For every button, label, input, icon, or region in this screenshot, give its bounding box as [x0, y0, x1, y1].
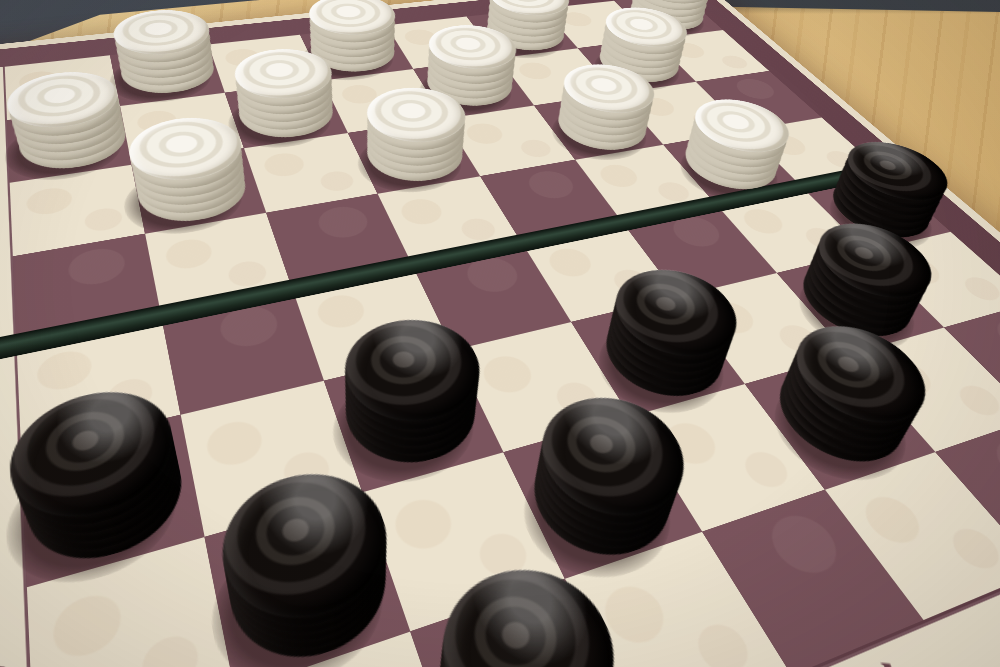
- perspective-scene: МГП фока МЭЦ РСТ РСФСР 150-81 12345678hg…: [0, 0, 1000, 667]
- checkers-board: МГП фока МЭЦ РСТ РСФСР 150-81 12345678hg…: [0, 0, 1000, 667]
- photo-scene: МГП фока МЭЦ РСТ РСФСР 150-81 12345678hg…: [0, 0, 1000, 667]
